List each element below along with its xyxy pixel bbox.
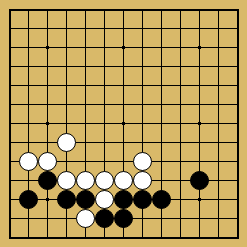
- intersection-2-11[interactable]: ●: [19, 190, 38, 209]
- intersection-2-5[interactable]: [19, 76, 38, 95]
- intersection-13-1[interactable]: [228, 0, 247, 19]
- intersection-4-4[interactable]: [57, 57, 76, 76]
- intersection-1-4[interactable]: [0, 57, 19, 76]
- intersection-6-1[interactable]: [95, 0, 114, 19]
- intersection-11-5[interactable]: [190, 76, 209, 95]
- intersection-10-5[interactable]: [171, 76, 190, 95]
- intersection-11-9[interactable]: [190, 152, 209, 171]
- white-stone: ●: [133, 171, 152, 190]
- intersection-11-3[interactable]: [190, 38, 209, 57]
- intersection-6-2[interactable]: [95, 19, 114, 38]
- intersection-3-7[interactable]: [38, 114, 57, 133]
- intersection-3-4[interactable]: [38, 57, 57, 76]
- intersection-3-11[interactable]: [38, 190, 57, 209]
- intersection-10-3[interactable]: [171, 38, 190, 57]
- black-stone: ●: [95, 209, 114, 228]
- intersection-8-4[interactable]: [133, 57, 152, 76]
- intersection-6-5[interactable]: [95, 76, 114, 95]
- white-stone: ●: [57, 171, 76, 190]
- intersection-2-2[interactable]: [19, 19, 38, 38]
- intersection-3-12[interactable]: [38, 209, 57, 228]
- black-stone: ●: [57, 190, 76, 209]
- star-point: [46, 198, 49, 201]
- intersection-4-1[interactable]: [57, 0, 76, 19]
- intersection-9-10[interactable]: [152, 171, 171, 190]
- intersection-7-9[interactable]: [114, 152, 133, 171]
- intersection-3-2[interactable]: [38, 19, 57, 38]
- intersection-11-13[interactable]: [190, 228, 209, 247]
- intersection-11-11[interactable]: [190, 190, 209, 209]
- intersection-12-6[interactable]: [209, 95, 228, 114]
- intersection-10-4[interactable]: [171, 57, 190, 76]
- intersection-4-11[interactable]: ●: [57, 190, 76, 209]
- intersection-8-2[interactable]: [133, 19, 152, 38]
- black-stone: ●: [190, 171, 209, 190]
- intersection-10-1[interactable]: [171, 0, 190, 19]
- intersection-6-11[interactable]: ●: [95, 190, 114, 209]
- intersection-10-6[interactable]: [171, 95, 190, 114]
- intersection-11-6[interactable]: [190, 95, 209, 114]
- intersection-2-1[interactable]: [19, 0, 38, 19]
- intersection-7-4[interactable]: [114, 57, 133, 76]
- intersection-13-9[interactable]: [228, 152, 247, 171]
- star-point: [122, 46, 125, 49]
- black-stone: ●: [76, 190, 95, 209]
- intersection-10-10[interactable]: [171, 171, 190, 190]
- intersection-4-2[interactable]: [57, 19, 76, 38]
- intersection-6-6[interactable]: [95, 95, 114, 114]
- intersection-2-3[interactable]: [19, 38, 38, 57]
- intersection-8-5[interactable]: [133, 76, 152, 95]
- intersection-9-11[interactable]: ●: [152, 190, 171, 209]
- intersection-1-3[interactable]: [0, 38, 19, 57]
- intersection-10-9[interactable]: [171, 152, 190, 171]
- intersection-5-7[interactable]: [76, 114, 95, 133]
- intersection-6-4[interactable]: [95, 57, 114, 76]
- intersection-7-5[interactable]: [114, 76, 133, 95]
- intersection-4-12[interactable]: [57, 209, 76, 228]
- intersection-12-13[interactable]: [209, 228, 228, 247]
- intersection-13-6[interactable]: [228, 95, 247, 114]
- intersection-9-4[interactable]: [152, 57, 171, 76]
- intersection-11-2[interactable]: [190, 19, 209, 38]
- intersection-9-9[interactable]: [152, 152, 171, 171]
- intersection-12-11[interactable]: [209, 190, 228, 209]
- intersection-1-10[interactable]: [0, 171, 19, 190]
- intersection-13-10[interactable]: [228, 171, 247, 190]
- intersection-4-5[interactable]: [57, 76, 76, 95]
- intersection-10-13[interactable]: [171, 228, 190, 247]
- intersection-7-8[interactable]: [114, 133, 133, 152]
- intersection-1-1[interactable]: [0, 0, 19, 19]
- intersection-8-9[interactable]: ●: [133, 152, 152, 171]
- intersection-10-11[interactable]: [171, 190, 190, 209]
- intersection-5-11[interactable]: ●: [76, 190, 95, 209]
- intersection-11-7[interactable]: [190, 114, 209, 133]
- intersection-10-8[interactable]: [171, 133, 190, 152]
- intersection-7-12[interactable]: ●: [114, 209, 133, 228]
- intersection-13-12[interactable]: [228, 209, 247, 228]
- intersection-9-2[interactable]: [152, 19, 171, 38]
- intersection-9-13[interactable]: [152, 228, 171, 247]
- intersection-4-10[interactable]: ●: [57, 171, 76, 190]
- go-diagram: ●●●●●●●●●●●●●●●●●●●●●: [0, 0, 247, 247]
- black-stone: ●: [19, 190, 38, 209]
- intersection-7-3[interactable]: [114, 38, 133, 57]
- white-stone: ●: [95, 171, 114, 190]
- intersection-6-7[interactable]: [95, 114, 114, 133]
- intersection-5-9[interactable]: [76, 152, 95, 171]
- star-point: [198, 46, 201, 49]
- white-stone: ●: [76, 171, 95, 190]
- intersection-9-3[interactable]: [152, 38, 171, 57]
- white-stone: ●: [76, 209, 95, 228]
- intersection-13-7[interactable]: [228, 114, 247, 133]
- intersection-8-13[interactable]: [133, 228, 152, 247]
- star-point: [46, 46, 49, 49]
- intersection-11-10[interactable]: ●: [190, 171, 209, 190]
- star-point: [198, 122, 201, 125]
- intersection-4-3[interactable]: [57, 38, 76, 57]
- intersection-7-1[interactable]: [114, 0, 133, 19]
- intersection-12-8[interactable]: [209, 133, 228, 152]
- intersection-5-1[interactable]: [76, 0, 95, 19]
- intersection-8-6[interactable]: [133, 95, 152, 114]
- white-stone: ●: [19, 152, 38, 171]
- intersection-10-7[interactable]: [171, 114, 190, 133]
- intersection-7-7[interactable]: [114, 114, 133, 133]
- intersection-9-5[interactable]: [152, 76, 171, 95]
- black-stone: ●: [133, 190, 152, 209]
- intersection-2-8[interactable]: [19, 133, 38, 152]
- intersection-13-3[interactable]: [228, 38, 247, 57]
- intersection-13-11[interactable]: [228, 190, 247, 209]
- intersection-4-13[interactable]: [57, 228, 76, 247]
- intersection-3-5[interactable]: [38, 76, 57, 95]
- intersection-1-13[interactable]: [0, 228, 19, 247]
- intersection-6-13[interactable]: [95, 228, 114, 247]
- intersection-12-7[interactable]: [209, 114, 228, 133]
- white-stone: ●: [114, 171, 133, 190]
- intersection-7-6[interactable]: [114, 95, 133, 114]
- intersection-5-10[interactable]: ●: [76, 171, 95, 190]
- intersection-5-4[interactable]: [76, 57, 95, 76]
- intersection-6-3[interactable]: [95, 38, 114, 57]
- intersection-1-8[interactable]: [0, 133, 19, 152]
- intersection-5-2[interactable]: [76, 19, 95, 38]
- intersection-12-12[interactable]: [209, 209, 228, 228]
- intersection-8-11[interactable]: ●: [133, 190, 152, 209]
- intersection-8-8[interactable]: [133, 133, 152, 152]
- intersection-12-2[interactable]: [209, 19, 228, 38]
- intersection-3-1[interactable]: [38, 0, 57, 19]
- intersection-5-5[interactable]: [76, 76, 95, 95]
- intersection-3-10[interactable]: ●: [38, 171, 57, 190]
- intersection-4-8[interactable]: ●: [57, 133, 76, 152]
- intersection-12-1[interactable]: [209, 0, 228, 19]
- intersection-12-5[interactable]: [209, 76, 228, 95]
- intersection-5-8[interactable]: [76, 133, 95, 152]
- intersection-8-12[interactable]: [133, 209, 152, 228]
- intersection-4-7[interactable]: [57, 114, 76, 133]
- intersection-8-7[interactable]: [133, 114, 152, 133]
- intersection-7-2[interactable]: [114, 19, 133, 38]
- intersection-6-8[interactable]: [95, 133, 114, 152]
- intersection-13-2[interactable]: [228, 19, 247, 38]
- intersection-9-1[interactable]: [152, 0, 171, 19]
- intersection-13-4[interactable]: [228, 57, 247, 76]
- intersection-5-12[interactable]: ●: [76, 209, 95, 228]
- intersection-1-7[interactable]: [0, 114, 19, 133]
- star-point: [198, 198, 201, 201]
- intersection-2-10[interactable]: [19, 171, 38, 190]
- intersection-8-1[interactable]: [133, 0, 152, 19]
- intersection-7-13[interactable]: [114, 228, 133, 247]
- intersection-1-12[interactable]: [0, 209, 19, 228]
- intersection-9-12[interactable]: [152, 209, 171, 228]
- intersection-1-2[interactable]: [0, 19, 19, 38]
- go-board[interactable]: ●●●●●●●●●●●●●●●●●●●●●: [0, 0, 247, 247]
- intersection-12-3[interactable]: [209, 38, 228, 57]
- star-point: [122, 122, 125, 125]
- intersection-3-3[interactable]: [38, 38, 57, 57]
- white-stone: ●: [38, 152, 57, 171]
- intersection-7-11[interactable]: ●: [114, 190, 133, 209]
- star-point: [46, 122, 49, 125]
- black-stone: ●: [114, 209, 133, 228]
- intersection-5-13[interactable]: [76, 228, 95, 247]
- intersection-5-3[interactable]: [76, 38, 95, 57]
- intersection-11-4[interactable]: [190, 57, 209, 76]
- black-stone: ●: [38, 171, 57, 190]
- intersection-11-1[interactable]: [190, 0, 209, 19]
- white-stone: ●: [57, 133, 76, 152]
- intersection-8-3[interactable]: [133, 38, 152, 57]
- intersection-9-6[interactable]: [152, 95, 171, 114]
- intersection-6-12[interactable]: ●: [95, 209, 114, 228]
- black-stone: ●: [152, 190, 171, 209]
- intersection-7-10[interactable]: ●: [114, 171, 133, 190]
- intersection-2-12[interactable]: [19, 209, 38, 228]
- intersection-2-9[interactable]: ●: [19, 152, 38, 171]
- intersection-2-4[interactable]: [19, 57, 38, 76]
- intersection-13-5[interactable]: [228, 76, 247, 95]
- intersection-13-8[interactable]: [228, 133, 247, 152]
- black-stone: ●: [114, 190, 133, 209]
- intersection-1-9[interactable]: [0, 152, 19, 171]
- intersection-1-5[interactable]: [0, 76, 19, 95]
- intersection-2-13[interactable]: [19, 228, 38, 247]
- intersection-13-13[interactable]: [228, 228, 247, 247]
- intersection-3-9[interactable]: ●: [38, 152, 57, 171]
- intersection-11-8[interactable]: [190, 133, 209, 152]
- white-stone: ●: [95, 190, 114, 209]
- intersection-9-8[interactable]: [152, 133, 171, 152]
- intersection-8-10[interactable]: ●: [133, 171, 152, 190]
- intersection-3-6[interactable]: [38, 95, 57, 114]
- intersection-6-10[interactable]: ●: [95, 171, 114, 190]
- intersection-12-4[interactable]: [209, 57, 228, 76]
- intersection-9-7[interactable]: [152, 114, 171, 133]
- intersection-12-9[interactable]: [209, 152, 228, 171]
- intersection-6-9[interactable]: [95, 152, 114, 171]
- intersection-1-6[interactable]: [0, 95, 19, 114]
- intersection-3-8[interactable]: [38, 133, 57, 152]
- intersection-2-6[interactable]: [19, 95, 38, 114]
- intersection-2-7[interactable]: [19, 114, 38, 133]
- intersection-12-10[interactable]: [209, 171, 228, 190]
- intersection-1-11[interactable]: [0, 190, 19, 209]
- intersection-4-6[interactable]: [57, 95, 76, 114]
- intersection-10-12[interactable]: [171, 209, 190, 228]
- intersection-4-9[interactable]: [57, 152, 76, 171]
- intersection-5-6[interactable]: [76, 95, 95, 114]
- intersection-10-2[interactable]: [171, 19, 190, 38]
- white-stone: ●: [133, 152, 152, 171]
- intersection-11-12[interactable]: [190, 209, 209, 228]
- intersection-3-13[interactable]: [38, 228, 57, 247]
